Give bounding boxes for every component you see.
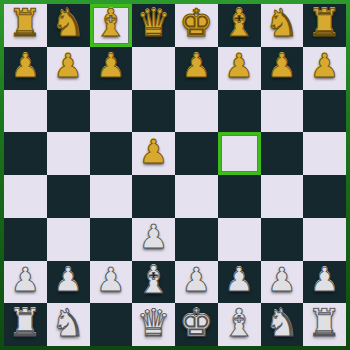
square-b6[interactable] xyxy=(47,90,90,133)
square-f2[interactable]: ♟ xyxy=(218,261,261,304)
square-a5[interactable] xyxy=(4,132,47,175)
square-h2[interactable]: ♟ xyxy=(303,261,346,304)
square-f8[interactable]: ♝ xyxy=(218,4,261,47)
square-f5[interactable] xyxy=(218,132,261,175)
piece-gold-pawn[interactable]: ♟ xyxy=(53,45,83,87)
square-h1[interactable]: ♜ xyxy=(303,303,346,346)
square-d7[interactable] xyxy=(132,47,175,90)
square-e4[interactable] xyxy=(175,175,218,218)
piece-silver-pawn[interactable]: ♟ xyxy=(11,259,41,301)
square-h5[interactable] xyxy=(303,132,346,175)
piece-silver-pawn[interactable]: ♟ xyxy=(310,259,340,301)
piece-silver-pawn[interactable]: ♟ xyxy=(139,216,169,258)
square-g6[interactable] xyxy=(261,90,304,133)
piece-gold-bishop[interactable]: ♝ xyxy=(222,2,256,44)
piece-silver-bishop[interactable]: ♝ xyxy=(137,259,171,301)
square-h7[interactable]: ♟ xyxy=(303,47,346,90)
piece-gold-rook[interactable]: ♜ xyxy=(8,2,42,44)
square-c2[interactable]: ♟ xyxy=(90,261,133,304)
square-g2[interactable]: ♟ xyxy=(261,261,304,304)
square-d6[interactable] xyxy=(132,90,175,133)
piece-gold-knight[interactable]: ♞ xyxy=(265,2,299,44)
piece-silver-rook[interactable]: ♜ xyxy=(8,302,42,344)
piece-gold-queen[interactable]: ♛ xyxy=(137,2,171,44)
square-h3[interactable] xyxy=(303,218,346,261)
piece-gold-bishop[interactable]: ♝ xyxy=(94,2,128,44)
chess-board: ♜♞♝♛♚♝♞♜♟♟♟♟♟♟♟♟♟♟♟♟♝♟♟♟♟♜♞♛♚♝♞♜ xyxy=(4,4,346,346)
square-c6[interactable] xyxy=(90,90,133,133)
square-b4[interactable] xyxy=(47,175,90,218)
square-g5[interactable] xyxy=(261,132,304,175)
square-c7[interactable]: ♟ xyxy=(90,47,133,90)
piece-gold-pawn[interactable]: ♟ xyxy=(182,45,212,87)
square-d3[interactable]: ♟ xyxy=(132,218,175,261)
piece-gold-king[interactable]: ♚ xyxy=(179,2,213,44)
square-c8[interactable]: ♝ xyxy=(90,4,133,47)
square-f6[interactable] xyxy=(218,90,261,133)
square-e1[interactable]: ♚ xyxy=(175,303,218,346)
square-f1[interactable]: ♝ xyxy=(218,303,261,346)
square-a2[interactable]: ♟ xyxy=(4,261,47,304)
square-g1[interactable]: ♞ xyxy=(261,303,304,346)
piece-gold-knight[interactable]: ♞ xyxy=(51,2,85,44)
piece-gold-rook[interactable]: ♜ xyxy=(308,2,342,44)
piece-silver-bishop[interactable]: ♝ xyxy=(222,302,256,344)
square-g3[interactable] xyxy=(261,218,304,261)
square-e3[interactable] xyxy=(175,218,218,261)
square-a7[interactable]: ♟ xyxy=(4,47,47,90)
piece-silver-king[interactable]: ♚ xyxy=(179,302,213,344)
square-h4[interactable] xyxy=(303,175,346,218)
square-f3[interactable] xyxy=(218,218,261,261)
square-e7[interactable]: ♟ xyxy=(175,47,218,90)
piece-silver-queen[interactable]: ♛ xyxy=(137,302,171,344)
square-g7[interactable]: ♟ xyxy=(261,47,304,90)
piece-silver-pawn[interactable]: ♟ xyxy=(224,259,254,301)
square-b3[interactable] xyxy=(47,218,90,261)
square-d5[interactable]: ♟ xyxy=(132,132,175,175)
piece-silver-knight[interactable]: ♞ xyxy=(51,302,85,344)
piece-gold-pawn[interactable]: ♟ xyxy=(96,45,126,87)
piece-gold-pawn[interactable]: ♟ xyxy=(11,45,41,87)
square-h6[interactable] xyxy=(303,90,346,133)
square-b5[interactable] xyxy=(47,132,90,175)
square-a8[interactable]: ♜ xyxy=(4,4,47,47)
square-a1[interactable]: ♜ xyxy=(4,303,47,346)
square-d1[interactable]: ♛ xyxy=(132,303,175,346)
square-d8[interactable]: ♛ xyxy=(132,4,175,47)
piece-silver-rook[interactable]: ♜ xyxy=(308,302,342,344)
square-c1[interactable] xyxy=(90,303,133,346)
piece-silver-pawn[interactable]: ♟ xyxy=(182,259,212,301)
piece-gold-pawn[interactable]: ♟ xyxy=(310,45,340,87)
square-g4[interactable] xyxy=(261,175,304,218)
square-a6[interactable] xyxy=(4,90,47,133)
square-e8[interactable]: ♚ xyxy=(175,4,218,47)
board-frame: ♜♞♝♛♚♝♞♜♟♟♟♟♟♟♟♟♟♟♟♟♝♟♟♟♟♜♞♛♚♝♞♜ xyxy=(0,0,350,350)
square-c5[interactable] xyxy=(90,132,133,175)
square-b8[interactable]: ♞ xyxy=(47,4,90,47)
square-a4[interactable] xyxy=(4,175,47,218)
square-d2[interactable]: ♝ xyxy=(132,261,175,304)
square-e2[interactable]: ♟ xyxy=(175,261,218,304)
square-e6[interactable] xyxy=(175,90,218,133)
square-d4[interactable] xyxy=(132,175,175,218)
square-c4[interactable] xyxy=(90,175,133,218)
piece-gold-pawn[interactable]: ♟ xyxy=(267,45,297,87)
square-f4[interactable] xyxy=(218,175,261,218)
square-g8[interactable]: ♞ xyxy=(261,4,304,47)
square-a3[interactable] xyxy=(4,218,47,261)
piece-silver-knight[interactable]: ♞ xyxy=(265,302,299,344)
square-f7[interactable]: ♟ xyxy=(218,47,261,90)
square-b2[interactable]: ♟ xyxy=(47,261,90,304)
piece-gold-pawn[interactable]: ♟ xyxy=(139,131,169,173)
square-b7[interactable]: ♟ xyxy=(47,47,90,90)
piece-silver-pawn[interactable]: ♟ xyxy=(96,259,126,301)
square-b1[interactable]: ♞ xyxy=(47,303,90,346)
piece-silver-pawn[interactable]: ♟ xyxy=(267,259,297,301)
square-e5[interactable] xyxy=(175,132,218,175)
piece-silver-pawn[interactable]: ♟ xyxy=(53,259,83,301)
square-c3[interactable] xyxy=(90,218,133,261)
square-h8[interactable]: ♜ xyxy=(303,4,346,47)
piece-gold-pawn[interactable]: ♟ xyxy=(224,45,254,87)
